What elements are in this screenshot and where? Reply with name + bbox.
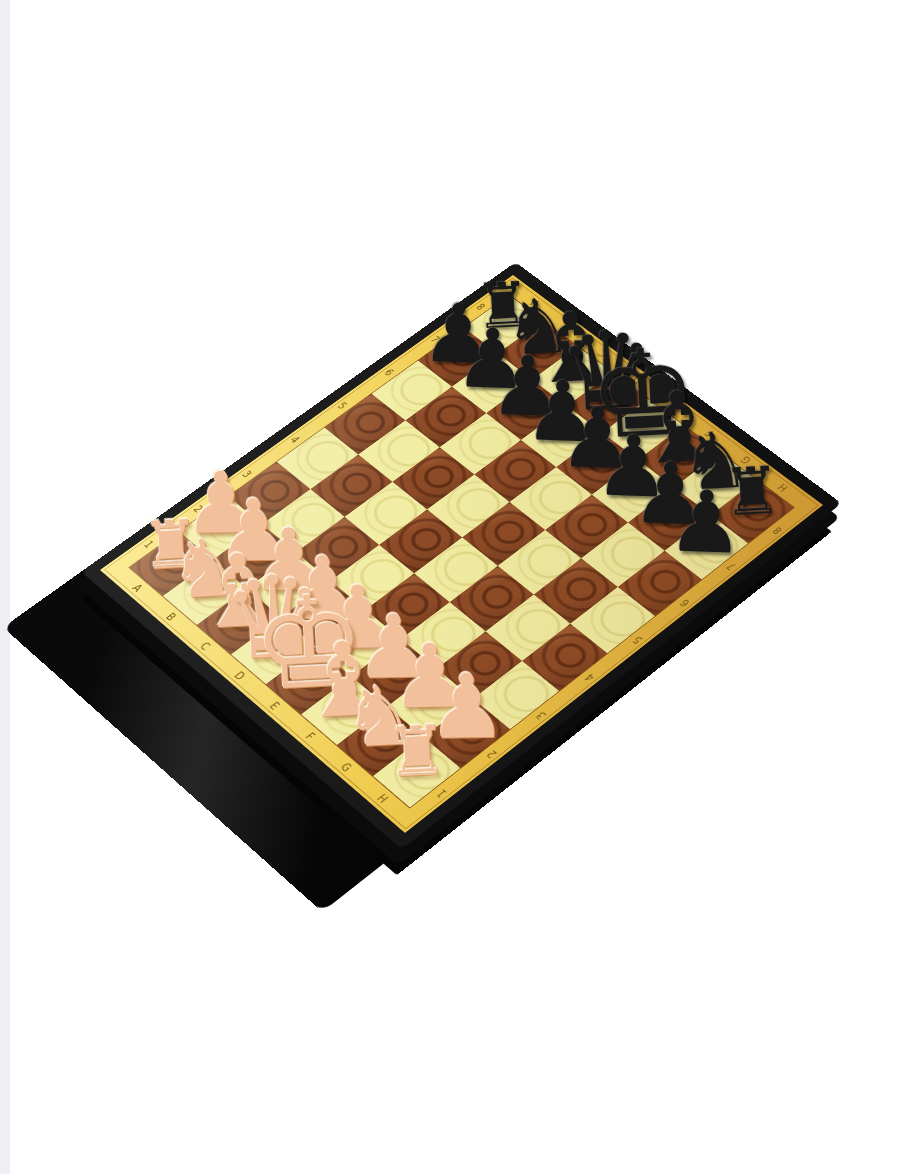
file-label-near-h: H xyxy=(375,792,391,805)
rank-label-right-4: 4 xyxy=(583,672,598,683)
rank-label-right-8: 8 xyxy=(771,525,785,536)
file-label-far-a: A xyxy=(527,297,541,307)
rank-label-left-4: 4 xyxy=(288,435,302,445)
chess-set: AABBCCDDEEFFGGHH1122334455667788 xyxy=(100,275,823,833)
product-photo: AABBCCDDEEFFGGHH1122334455667788 ♜♞♝♛♚♝♞… xyxy=(0,0,900,1174)
file-label-near-c: C xyxy=(197,640,212,652)
file-label-far-d: D xyxy=(631,374,646,385)
file-label-far-c: C xyxy=(596,348,610,358)
rank-label-right-3: 3 xyxy=(534,710,549,722)
rank-label-left-5: 5 xyxy=(335,401,349,411)
rank-label-left-6: 6 xyxy=(382,367,396,377)
file-label-near-b: B xyxy=(163,611,178,622)
rank-label-left-1: 1 xyxy=(141,539,155,550)
rank-label-left-7: 7 xyxy=(428,335,442,345)
rank-label-left-8: 8 xyxy=(474,302,487,312)
background-edge-strip xyxy=(0,0,10,1174)
file-label-far-e: E xyxy=(667,401,681,411)
file-label-near-a: A xyxy=(130,582,145,593)
file-label-near-g: G xyxy=(338,761,354,774)
file-label-far-h: H xyxy=(776,482,791,493)
rank-label-right-6: 6 xyxy=(678,597,692,608)
file-label-near-d: D xyxy=(232,670,248,682)
file-label-far-f: F xyxy=(703,428,716,438)
file-label-far-g: G xyxy=(739,454,754,465)
file-label-near-e: E xyxy=(267,700,282,712)
rank-label-right-2: 2 xyxy=(484,748,499,760)
rank-label-right-1: 1 xyxy=(434,787,449,799)
rank-label-right-5: 5 xyxy=(631,634,645,645)
rank-label-left-2: 2 xyxy=(191,504,205,515)
rank-label-right-7: 7 xyxy=(725,561,739,572)
file-label-far-b: B xyxy=(561,323,575,333)
file-label-near-f: F xyxy=(303,731,317,742)
rank-label-left-3: 3 xyxy=(240,469,254,479)
